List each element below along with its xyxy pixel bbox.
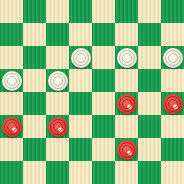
red-man-piece[interactable] (2, 117, 22, 137)
light-square (161, 161, 184, 184)
light-square (46, 92, 69, 115)
light-square (46, 46, 69, 69)
light-square (115, 161, 138, 184)
dark-square[interactable] (46, 161, 69, 184)
light-square (138, 138, 161, 161)
light-square (138, 92, 161, 115)
dark-square[interactable] (138, 23, 161, 46)
red-man-piece[interactable] (163, 94, 183, 114)
light-square (138, 0, 161, 23)
dark-square[interactable] (115, 46, 138, 69)
dark-square[interactable] (46, 115, 69, 138)
dark-square[interactable] (92, 115, 115, 138)
light-square (161, 23, 184, 46)
dark-square[interactable] (69, 0, 92, 23)
dark-square[interactable] (92, 23, 115, 46)
light-square (161, 69, 184, 92)
light-square (69, 161, 92, 184)
checkers-board (0, 0, 184, 184)
dark-square[interactable] (69, 138, 92, 161)
dark-square[interactable] (69, 92, 92, 115)
light-square (0, 46, 23, 69)
light-square (115, 69, 138, 92)
dark-square[interactable] (115, 138, 138, 161)
light-square (0, 92, 23, 115)
light-square (46, 138, 69, 161)
light-square (115, 23, 138, 46)
light-square (0, 0, 23, 23)
light-square (92, 138, 115, 161)
light-square (23, 115, 46, 138)
dark-square[interactable] (138, 161, 161, 184)
white-man-piece[interactable] (71, 48, 91, 68)
dark-square[interactable] (138, 115, 161, 138)
dark-square[interactable] (23, 46, 46, 69)
dark-square[interactable] (115, 0, 138, 23)
white-man-piece[interactable] (48, 71, 68, 91)
light-square (161, 115, 184, 138)
white-man-piece[interactable] (117, 48, 137, 68)
dark-square[interactable] (161, 46, 184, 69)
dark-square[interactable] (0, 115, 23, 138)
light-square (23, 23, 46, 46)
light-square (92, 46, 115, 69)
red-man-piece[interactable] (48, 117, 68, 137)
white-man-piece[interactable] (2, 71, 22, 91)
red-man-piece[interactable] (117, 140, 137, 160)
dark-square[interactable] (0, 161, 23, 184)
dark-square[interactable] (23, 0, 46, 23)
dark-square[interactable] (161, 0, 184, 23)
light-square (23, 161, 46, 184)
dark-square[interactable] (23, 138, 46, 161)
light-square (138, 46, 161, 69)
dark-square[interactable] (138, 69, 161, 92)
dark-square[interactable] (46, 69, 69, 92)
dark-square[interactable] (92, 161, 115, 184)
light-square (92, 0, 115, 23)
light-square (46, 0, 69, 23)
dark-square[interactable] (0, 69, 23, 92)
dark-square[interactable] (46, 23, 69, 46)
light-square (92, 92, 115, 115)
light-square (69, 115, 92, 138)
dark-square[interactable] (0, 23, 23, 46)
light-square (115, 115, 138, 138)
light-square (23, 69, 46, 92)
light-square (69, 23, 92, 46)
dark-square[interactable] (23, 92, 46, 115)
dark-square[interactable] (161, 92, 184, 115)
dark-square[interactable] (161, 138, 184, 161)
red-man-piece[interactable] (117, 94, 137, 114)
light-square (0, 138, 23, 161)
light-square (69, 69, 92, 92)
dark-square[interactable] (92, 69, 115, 92)
white-man-piece[interactable] (163, 48, 183, 68)
dark-square[interactable] (69, 46, 92, 69)
dark-square[interactable] (115, 92, 138, 115)
